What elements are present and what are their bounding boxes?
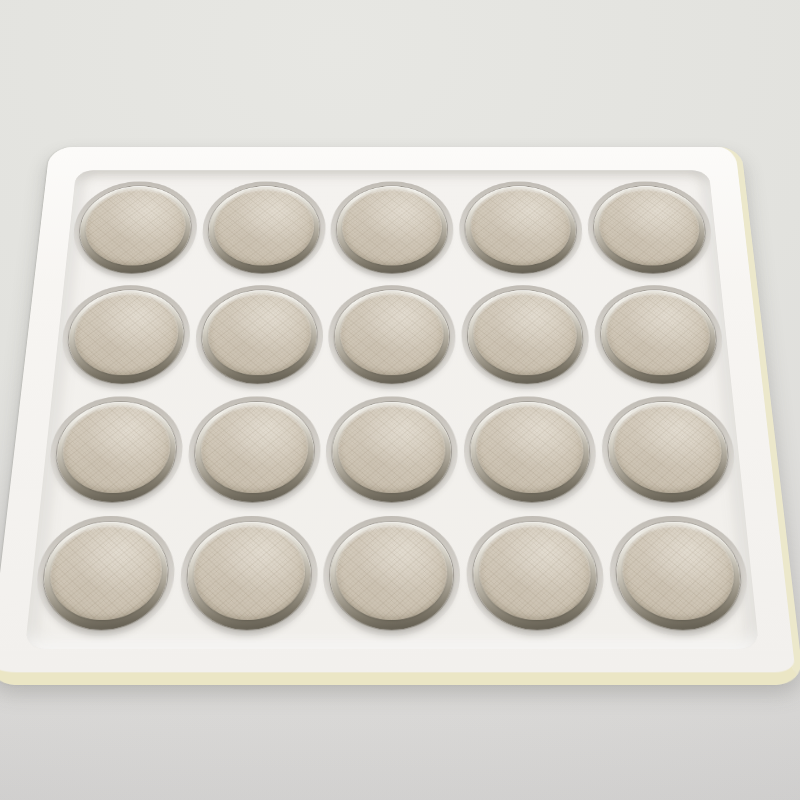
photo-background [0, 0, 800, 800]
battery-face [596, 189, 702, 266]
coin-cell-battery [206, 186, 320, 273]
coin-cell-battery [605, 402, 732, 502]
tray-well [328, 285, 457, 389]
coin-cell-battery [184, 522, 312, 630]
tray-well [598, 396, 739, 507]
battery-face [603, 293, 713, 375]
scene [0, 0, 800, 800]
coin-cell-battery [330, 522, 455, 630]
battery-face [82, 189, 188, 266]
coin-cell-battery [598, 290, 720, 383]
battery-face [342, 189, 443, 266]
tray-well [177, 516, 319, 636]
tray-well [69, 182, 200, 279]
tray-well [461, 285, 592, 389]
tray-well [200, 182, 327, 279]
coin-cell-battery [199, 290, 317, 383]
tray-well [325, 396, 459, 507]
battery-face [198, 405, 309, 493]
tray-well [45, 396, 186, 507]
coin-cell-battery [76, 186, 194, 273]
coin-cell-battery [52, 402, 179, 502]
coin-cell-battery [64, 290, 186, 383]
tray-well [58, 285, 194, 389]
coin-cell-battery [334, 290, 450, 383]
battery-face [191, 525, 306, 620]
coin-cell-battery [613, 522, 745, 630]
coin-cell-battery [336, 186, 448, 273]
coin-cell-battery [332, 402, 452, 502]
tray-well [31, 516, 178, 636]
battery-face [472, 293, 579, 375]
tray-well [193, 285, 324, 389]
battery-face [478, 525, 593, 620]
battery-grid [28, 178, 757, 640]
tray-well [323, 516, 462, 636]
tray-well [185, 396, 321, 507]
battery-face [338, 405, 447, 493]
battery-face [71, 293, 181, 375]
tray-well [458, 182, 585, 279]
tray-well [463, 396, 599, 507]
battery-face [611, 405, 726, 493]
coin-cell-battery [465, 186, 579, 273]
tray-well [585, 182, 716, 279]
tray-well [466, 516, 608, 636]
coin-cell-battery [591, 186, 709, 273]
battery-face [212, 189, 315, 266]
tray-well [606, 516, 753, 636]
coin-cell-battery [472, 522, 599, 630]
battery-tray [0, 147, 800, 685]
battery-face [340, 293, 445, 375]
coin-cell-battery [470, 402, 593, 502]
battery-face [205, 293, 312, 375]
battery-face [46, 525, 165, 620]
battery-face [59, 405, 174, 493]
coin-cell-battery [39, 522, 171, 630]
battery-face [475, 405, 586, 493]
tray-well [330, 182, 455, 279]
battery-face [619, 525, 738, 620]
battery-face [470, 189, 573, 266]
battery-face [336, 525, 449, 620]
coin-cell-battery [467, 290, 585, 383]
coin-cell-battery [192, 402, 315, 502]
tray-well [591, 285, 727, 389]
